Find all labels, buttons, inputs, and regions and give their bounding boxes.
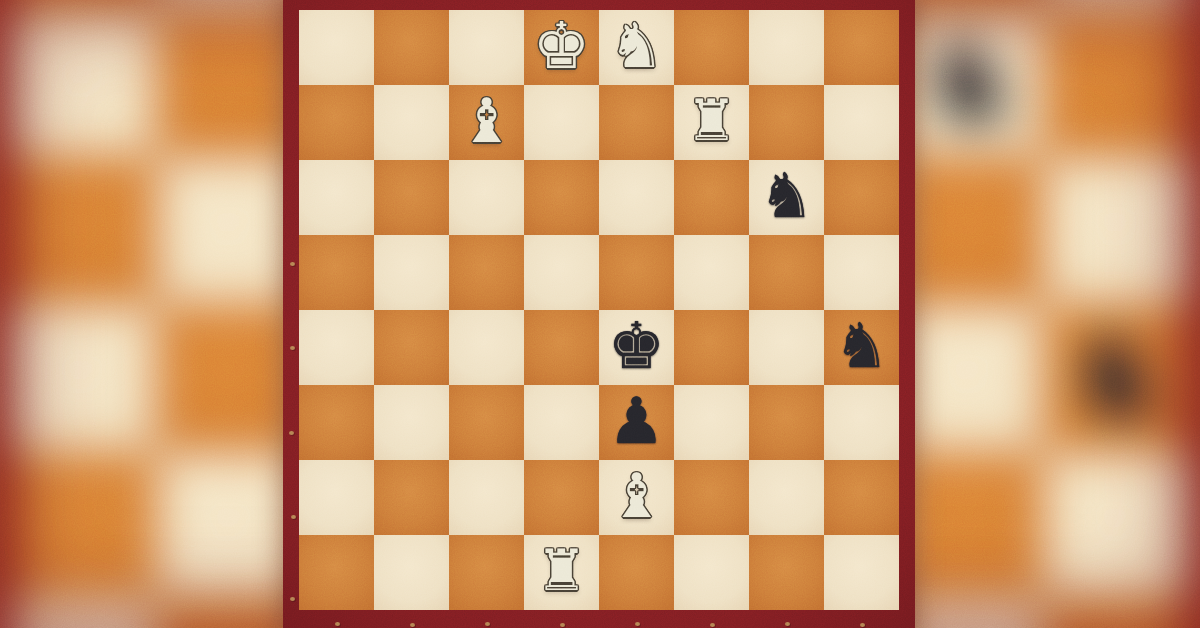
square-h1[interactable] (824, 535, 899, 610)
square-g2 (896, 600, 1044, 628)
white-rook-d1[interactable]: ♜ (536, 542, 587, 599)
frame-fleck (710, 623, 715, 627)
square-g8[interactable] (749, 10, 824, 85)
square-c2[interactable] (449, 460, 524, 535)
black-knight-g6: ♞ (915, 18, 1025, 140)
white-knight-e8[interactable]: ♞ (609, 15, 665, 77)
square-e4[interactable]: ♚ (599, 310, 674, 385)
frame-fleck (290, 346, 295, 350)
square-h7[interactable] (824, 85, 899, 160)
square-b7[interactable] (374, 85, 449, 160)
white-rook-f7[interactable]: ♜ (686, 92, 737, 149)
square-e5[interactable] (599, 235, 674, 310)
square-c3[interactable] (449, 385, 524, 460)
square-d1[interactable]: ♜ (524, 535, 599, 610)
square-d7[interactable] (524, 85, 599, 160)
square-f4[interactable] (674, 310, 749, 385)
square-d2[interactable] (524, 460, 599, 535)
square-c4[interactable] (449, 310, 524, 385)
square-a5 (9, 156, 157, 304)
square-e6[interactable] (599, 160, 674, 235)
square-h2[interactable] (824, 460, 899, 535)
square-c6[interactable] (449, 160, 524, 235)
square-a2[interactable] (299, 460, 374, 535)
square-b6[interactable] (374, 160, 449, 235)
square-g5 (896, 156, 1044, 304)
square-c8[interactable] (449, 10, 524, 85)
square-f2[interactable] (674, 460, 749, 535)
frame-fleck (291, 515, 296, 519)
white-bishop-e2[interactable]: ♝ (609, 465, 664, 526)
square-h3 (1043, 452, 1191, 600)
square-e3[interactable]: ♟ (599, 385, 674, 460)
square-h5[interactable] (824, 235, 899, 310)
square-h8[interactable] (824, 10, 899, 85)
square-a4 (9, 304, 157, 452)
frame-fleck (860, 623, 865, 627)
square-g4[interactable] (749, 310, 824, 385)
white-king-d8[interactable]: ♚ (533, 14, 590, 78)
frame-fleck (485, 622, 490, 626)
square-g3[interactable] (749, 385, 824, 460)
frame-fleck (335, 622, 340, 626)
square-f7[interactable]: ♜ (674, 85, 749, 160)
square-e1[interactable] (599, 535, 674, 610)
black-knight-g6[interactable]: ♞ (759, 165, 815, 227)
square-d5[interactable] (524, 235, 599, 310)
square-a6[interactable] (299, 160, 374, 235)
black-king-e4[interactable]: ♚ (608, 314, 665, 378)
square-a3 (9, 452, 157, 600)
frame-fleck (410, 623, 415, 627)
square-d3[interactable] (524, 385, 599, 460)
chess-board[interactable]: ♚♞♝♜♞♚♞♟♝♜ (299, 10, 899, 610)
chess-screenshot: ♚♞♝♜♞♚♞♟♝♜ ♚♞♝♜♞♚♞♟♝♜ (0, 0, 1200, 628)
square-b5[interactable] (374, 235, 449, 310)
square-h4: ♞ (1043, 304, 1191, 452)
frame-fleck (635, 622, 640, 626)
square-g2[interactable] (749, 460, 824, 535)
black-pawn-e3[interactable]: ♟ (608, 389, 665, 453)
frame-fleck (560, 623, 565, 627)
square-e2[interactable]: ♝ (599, 460, 674, 535)
square-a6 (9, 9, 157, 157)
square-c5[interactable] (449, 235, 524, 310)
square-f3[interactable] (674, 385, 749, 460)
square-g3 (896, 452, 1044, 600)
square-e8[interactable]: ♞ (599, 10, 674, 85)
square-h6[interactable] (824, 160, 899, 235)
frame-fleck (785, 622, 790, 626)
white-bishop-c7[interactable]: ♝ (459, 90, 514, 151)
square-g5[interactable] (749, 235, 824, 310)
square-f6[interactable] (674, 160, 749, 235)
square-g6[interactable]: ♞ (749, 160, 824, 235)
square-f8[interactable] (674, 10, 749, 85)
square-b3[interactable] (374, 385, 449, 460)
square-h3[interactable] (824, 385, 899, 460)
square-g1[interactable] (749, 535, 824, 610)
square-f5[interactable] (674, 235, 749, 310)
square-c7[interactable]: ♝ (449, 85, 524, 160)
square-d8[interactable]: ♚ (524, 10, 599, 85)
square-a5[interactable] (299, 235, 374, 310)
square-g6: ♞ (896, 9, 1044, 157)
square-a1[interactable] (299, 535, 374, 610)
square-b1[interactable] (374, 535, 449, 610)
square-b4[interactable] (374, 310, 449, 385)
frame-fleck (290, 597, 295, 601)
square-g4 (896, 304, 1044, 452)
square-b8[interactable] (374, 10, 449, 85)
square-h4[interactable]: ♞ (824, 310, 899, 385)
square-e7[interactable] (599, 85, 674, 160)
square-d4[interactable] (524, 310, 599, 385)
square-h6 (1043, 9, 1191, 157)
square-d6[interactable] (524, 160, 599, 235)
frame-fleck (289, 431, 294, 435)
square-a2 (9, 600, 157, 628)
chess-board-frame: ♚♞♝♜♞♚♞♟♝♜ (283, 0, 915, 628)
square-h5 (1043, 156, 1191, 304)
square-b2[interactable] (374, 460, 449, 535)
square-g7[interactable] (749, 85, 824, 160)
square-a3[interactable] (299, 385, 374, 460)
frame-fleck (290, 262, 295, 266)
square-a4[interactable] (299, 310, 374, 385)
square-h2 (1043, 600, 1191, 628)
square-a7 (9, 0, 157, 9)
square-a8[interactable] (299, 10, 374, 85)
square-h7 (1043, 0, 1191, 9)
black-knight-h4[interactable]: ♞ (834, 315, 890, 377)
square-a7[interactable] (299, 85, 374, 160)
black-knight-h4: ♞ (1062, 313, 1172, 435)
square-c1[interactable] (449, 535, 524, 610)
square-f1[interactable] (674, 535, 749, 610)
